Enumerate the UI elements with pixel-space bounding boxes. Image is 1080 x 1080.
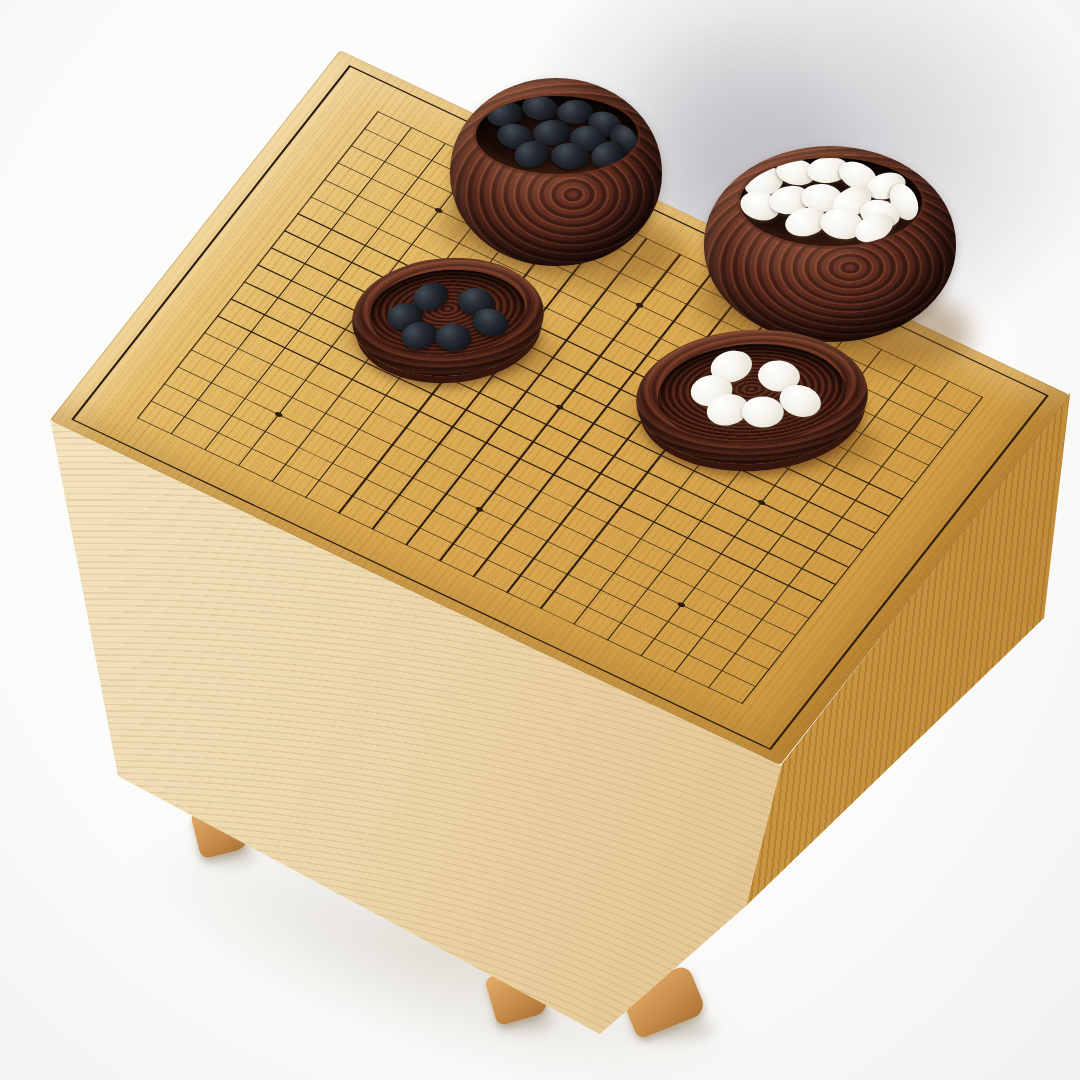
hoshi-dot xyxy=(475,506,484,513)
hoshi-dot xyxy=(635,302,644,309)
white-stone-bowl xyxy=(704,146,956,342)
studio-photo-scene xyxy=(0,0,1080,1080)
white-bowl-opening xyxy=(740,158,922,246)
black-lid-well xyxy=(367,265,529,362)
white-lid-well xyxy=(655,339,848,449)
black-bowl-opening xyxy=(476,96,638,174)
black-stone-bowl xyxy=(450,78,662,266)
black-go-stone xyxy=(521,96,560,122)
hoshi-dot xyxy=(555,404,564,411)
black-go-stone xyxy=(435,323,471,351)
white-go-stone xyxy=(742,396,785,428)
hoshi-dot xyxy=(757,499,766,506)
hoshi-dot xyxy=(274,411,283,418)
hoshi-dot xyxy=(677,602,686,609)
